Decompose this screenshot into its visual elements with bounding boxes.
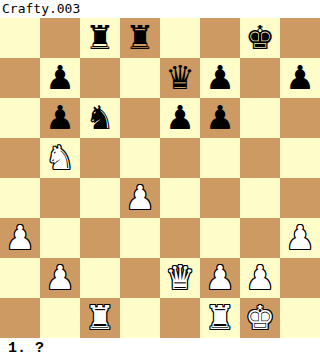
square-b3[interactable] [40, 218, 80, 258]
square-b6[interactable]: ♟ [40, 98, 80, 138]
piece-black-pawn[interactable]: ♟ [165, 101, 195, 134]
square-b7[interactable]: ♟ [40, 58, 80, 98]
window-title: Crafty.003 [0, 0, 320, 18]
square-d6[interactable] [120, 98, 160, 138]
square-e8[interactable] [160, 18, 200, 58]
square-g4[interactable] [240, 178, 280, 218]
square-f7[interactable]: ♟ [200, 58, 240, 98]
piece-white-pawn[interactable]: ♟ [205, 261, 235, 294]
square-f4[interactable] [200, 178, 240, 218]
piece-white-pawn[interactable]: ♟ [5, 221, 35, 254]
chess-app-window: Crafty.003 ♜♜♚♟♛♟♟♟♞♟♟♞♟♟♟♟♛♟♟♜♜♚ 1. ? [0, 0, 320, 360]
piece-black-pawn[interactable]: ♟ [45, 61, 75, 94]
square-g7[interactable] [240, 58, 280, 98]
square-f8[interactable] [200, 18, 240, 58]
square-f5[interactable] [200, 138, 240, 178]
square-d2[interactable] [120, 258, 160, 298]
square-h4[interactable] [280, 178, 320, 218]
square-h1[interactable] [280, 298, 320, 338]
square-a2[interactable] [0, 258, 40, 298]
piece-black-knight[interactable]: ♞ [85, 101, 115, 134]
square-b8[interactable] [40, 18, 80, 58]
piece-black-king[interactable]: ♚ [245, 21, 275, 54]
square-h8[interactable] [280, 18, 320, 58]
square-b1[interactable] [40, 298, 80, 338]
square-g8[interactable]: ♚ [240, 18, 280, 58]
square-h2[interactable] [280, 258, 320, 298]
square-f1[interactable]: ♜ [200, 298, 240, 338]
square-d5[interactable] [120, 138, 160, 178]
square-c6[interactable]: ♞ [80, 98, 120, 138]
square-a1[interactable] [0, 298, 40, 338]
square-e6[interactable]: ♟ [160, 98, 200, 138]
piece-black-rook[interactable]: ♜ [125, 21, 155, 54]
square-g6[interactable] [240, 98, 280, 138]
square-a6[interactable] [0, 98, 40, 138]
square-d8[interactable]: ♜ [120, 18, 160, 58]
piece-black-pawn[interactable]: ♟ [205, 61, 235, 94]
square-e3[interactable] [160, 218, 200, 258]
piece-black-pawn[interactable]: ♟ [285, 61, 315, 94]
square-a8[interactable] [0, 18, 40, 58]
square-g3[interactable] [240, 218, 280, 258]
square-c2[interactable] [80, 258, 120, 298]
square-g5[interactable] [240, 138, 280, 178]
square-e7[interactable]: ♛ [160, 58, 200, 98]
square-d1[interactable] [120, 298, 160, 338]
square-e5[interactable] [160, 138, 200, 178]
square-g2[interactable]: ♟ [240, 258, 280, 298]
piece-white-knight[interactable]: ♞ [45, 141, 75, 174]
square-f6[interactable]: ♟ [200, 98, 240, 138]
square-d7[interactable] [120, 58, 160, 98]
piece-white-pawn[interactable]: ♟ [125, 181, 155, 214]
piece-white-pawn[interactable]: ♟ [45, 261, 75, 294]
square-f2[interactable]: ♟ [200, 258, 240, 298]
square-h7[interactable]: ♟ [280, 58, 320, 98]
square-d4[interactable]: ♟ [120, 178, 160, 218]
piece-black-pawn[interactable]: ♟ [45, 101, 75, 134]
square-f3[interactable] [200, 218, 240, 258]
square-g1[interactable]: ♚ [240, 298, 280, 338]
piece-white-king[interactable]: ♚ [245, 301, 275, 334]
piece-white-pawn[interactable]: ♟ [285, 221, 315, 254]
square-h3[interactable]: ♟ [280, 218, 320, 258]
square-e1[interactable] [160, 298, 200, 338]
square-e2[interactable]: ♛ [160, 258, 200, 298]
square-b2[interactable]: ♟ [40, 258, 80, 298]
square-c8[interactable]: ♜ [80, 18, 120, 58]
piece-white-pawn[interactable]: ♟ [245, 261, 275, 294]
square-h5[interactable] [280, 138, 320, 178]
piece-white-rook[interactable]: ♜ [205, 301, 235, 334]
square-h6[interactable] [280, 98, 320, 138]
piece-white-rook[interactable]: ♜ [85, 301, 115, 334]
square-c5[interactable] [80, 138, 120, 178]
square-a5[interactable] [0, 138, 40, 178]
piece-black-queen[interactable]: ♛ [165, 61, 195, 94]
chess-board: ♜♜♚♟♛♟♟♟♞♟♟♞♟♟♟♟♛♟♟♜♜♚ [0, 18, 320, 338]
piece-black-rook[interactable]: ♜ [85, 21, 115, 54]
square-c7[interactable] [80, 58, 120, 98]
square-b4[interactable] [40, 178, 80, 218]
square-c4[interactable] [80, 178, 120, 218]
square-a7[interactable] [0, 58, 40, 98]
square-a3[interactable]: ♟ [0, 218, 40, 258]
square-c3[interactable] [80, 218, 120, 258]
move-prompt: 1. ? [0, 338, 320, 360]
square-b5[interactable]: ♞ [40, 138, 80, 178]
piece-black-pawn[interactable]: ♟ [205, 101, 235, 134]
square-a4[interactable] [0, 178, 40, 218]
square-d3[interactable] [120, 218, 160, 258]
square-c1[interactable]: ♜ [80, 298, 120, 338]
piece-white-queen[interactable]: ♛ [165, 261, 195, 294]
square-e4[interactable] [160, 178, 200, 218]
